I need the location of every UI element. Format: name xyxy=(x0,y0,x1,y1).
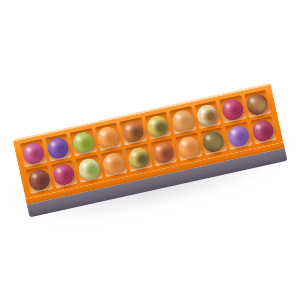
ball-cream-brown-marbled-top_row-8[interactable] xyxy=(195,102,220,127)
ball-crimson-top_row-9[interactable] xyxy=(220,97,245,122)
ball-crimson-magenta-bottom_row-2[interactable] xyxy=(51,162,76,187)
pit-bottom_row-1[interactable] xyxy=(25,165,52,193)
ball-orange-bottom_row-7[interactable] xyxy=(176,134,201,159)
ball-red-orange-brown-bottom_row-6[interactable] xyxy=(151,140,176,165)
pit-top_row-1[interactable] xyxy=(20,139,47,167)
ball-maroon-tan-marbled-top_row-10[interactable] xyxy=(245,91,270,116)
ball-violet-mottled-bottom_row-9[interactable] xyxy=(226,123,251,148)
ball-brown-plum-mottled-bottom_row-1[interactable] xyxy=(26,167,51,192)
pit-bottom_row-8[interactable] xyxy=(200,127,227,155)
photo-scene xyxy=(0,0,300,300)
ball-purple-top_row-2[interactable] xyxy=(46,135,71,160)
pit-bottom_row-3[interactable] xyxy=(75,154,102,182)
pit-top_row-4[interactable] xyxy=(94,123,121,151)
pit-bottom_row-4[interactable] xyxy=(100,149,127,177)
ball-olive-brown-mottled-bottom_row-8[interactable] xyxy=(201,129,226,154)
ball-pink-magenta-top_row-1[interactable] xyxy=(21,141,46,166)
pit-top_row-8[interactable] xyxy=(194,101,221,129)
pit-bottom_row-10[interactable] xyxy=(250,116,277,144)
pit-bottom_row-7[interactable] xyxy=(175,133,202,161)
ball-orange-top_row-4[interactable] xyxy=(95,124,120,149)
pit-top_row-2[interactable] xyxy=(45,134,72,162)
ball-yellow-brown-mottled-bottom_row-5[interactable] xyxy=(126,145,151,170)
pit-top_row-7[interactable] xyxy=(169,106,196,134)
ball-orange-brown-mottled-top_row-5[interactable] xyxy=(120,119,145,144)
ball-yellow-black-mottled-top_row-6[interactable] xyxy=(145,113,170,138)
pit-bottom_row-5[interactable] xyxy=(125,143,152,171)
ball-cream-green-half-bottom_row-3[interactable] xyxy=(76,156,101,181)
pit-top_row-5[interactable] xyxy=(119,117,146,145)
ball-tan-speckled-top_row-7[interactable] xyxy=(170,108,195,133)
ball-apple-green-mottled-top_row-3[interactable] xyxy=(71,130,96,155)
ball-magenta-maroon-bottom_row-10[interactable] xyxy=(251,118,276,143)
pit-bottom_row-2[interactable] xyxy=(50,160,77,188)
pit-top_row-3[interactable] xyxy=(69,128,96,156)
ball-orange-speckled-bottom_row-4[interactable] xyxy=(101,151,126,176)
pit-bottom_row-6[interactable] xyxy=(150,138,177,166)
pit-top_row-6[interactable] xyxy=(144,112,171,140)
pit-bottom_row-9[interactable] xyxy=(225,122,252,150)
pit-top_row-10[interactable] xyxy=(244,90,271,118)
pit-top_row-9[interactable] xyxy=(219,95,246,123)
